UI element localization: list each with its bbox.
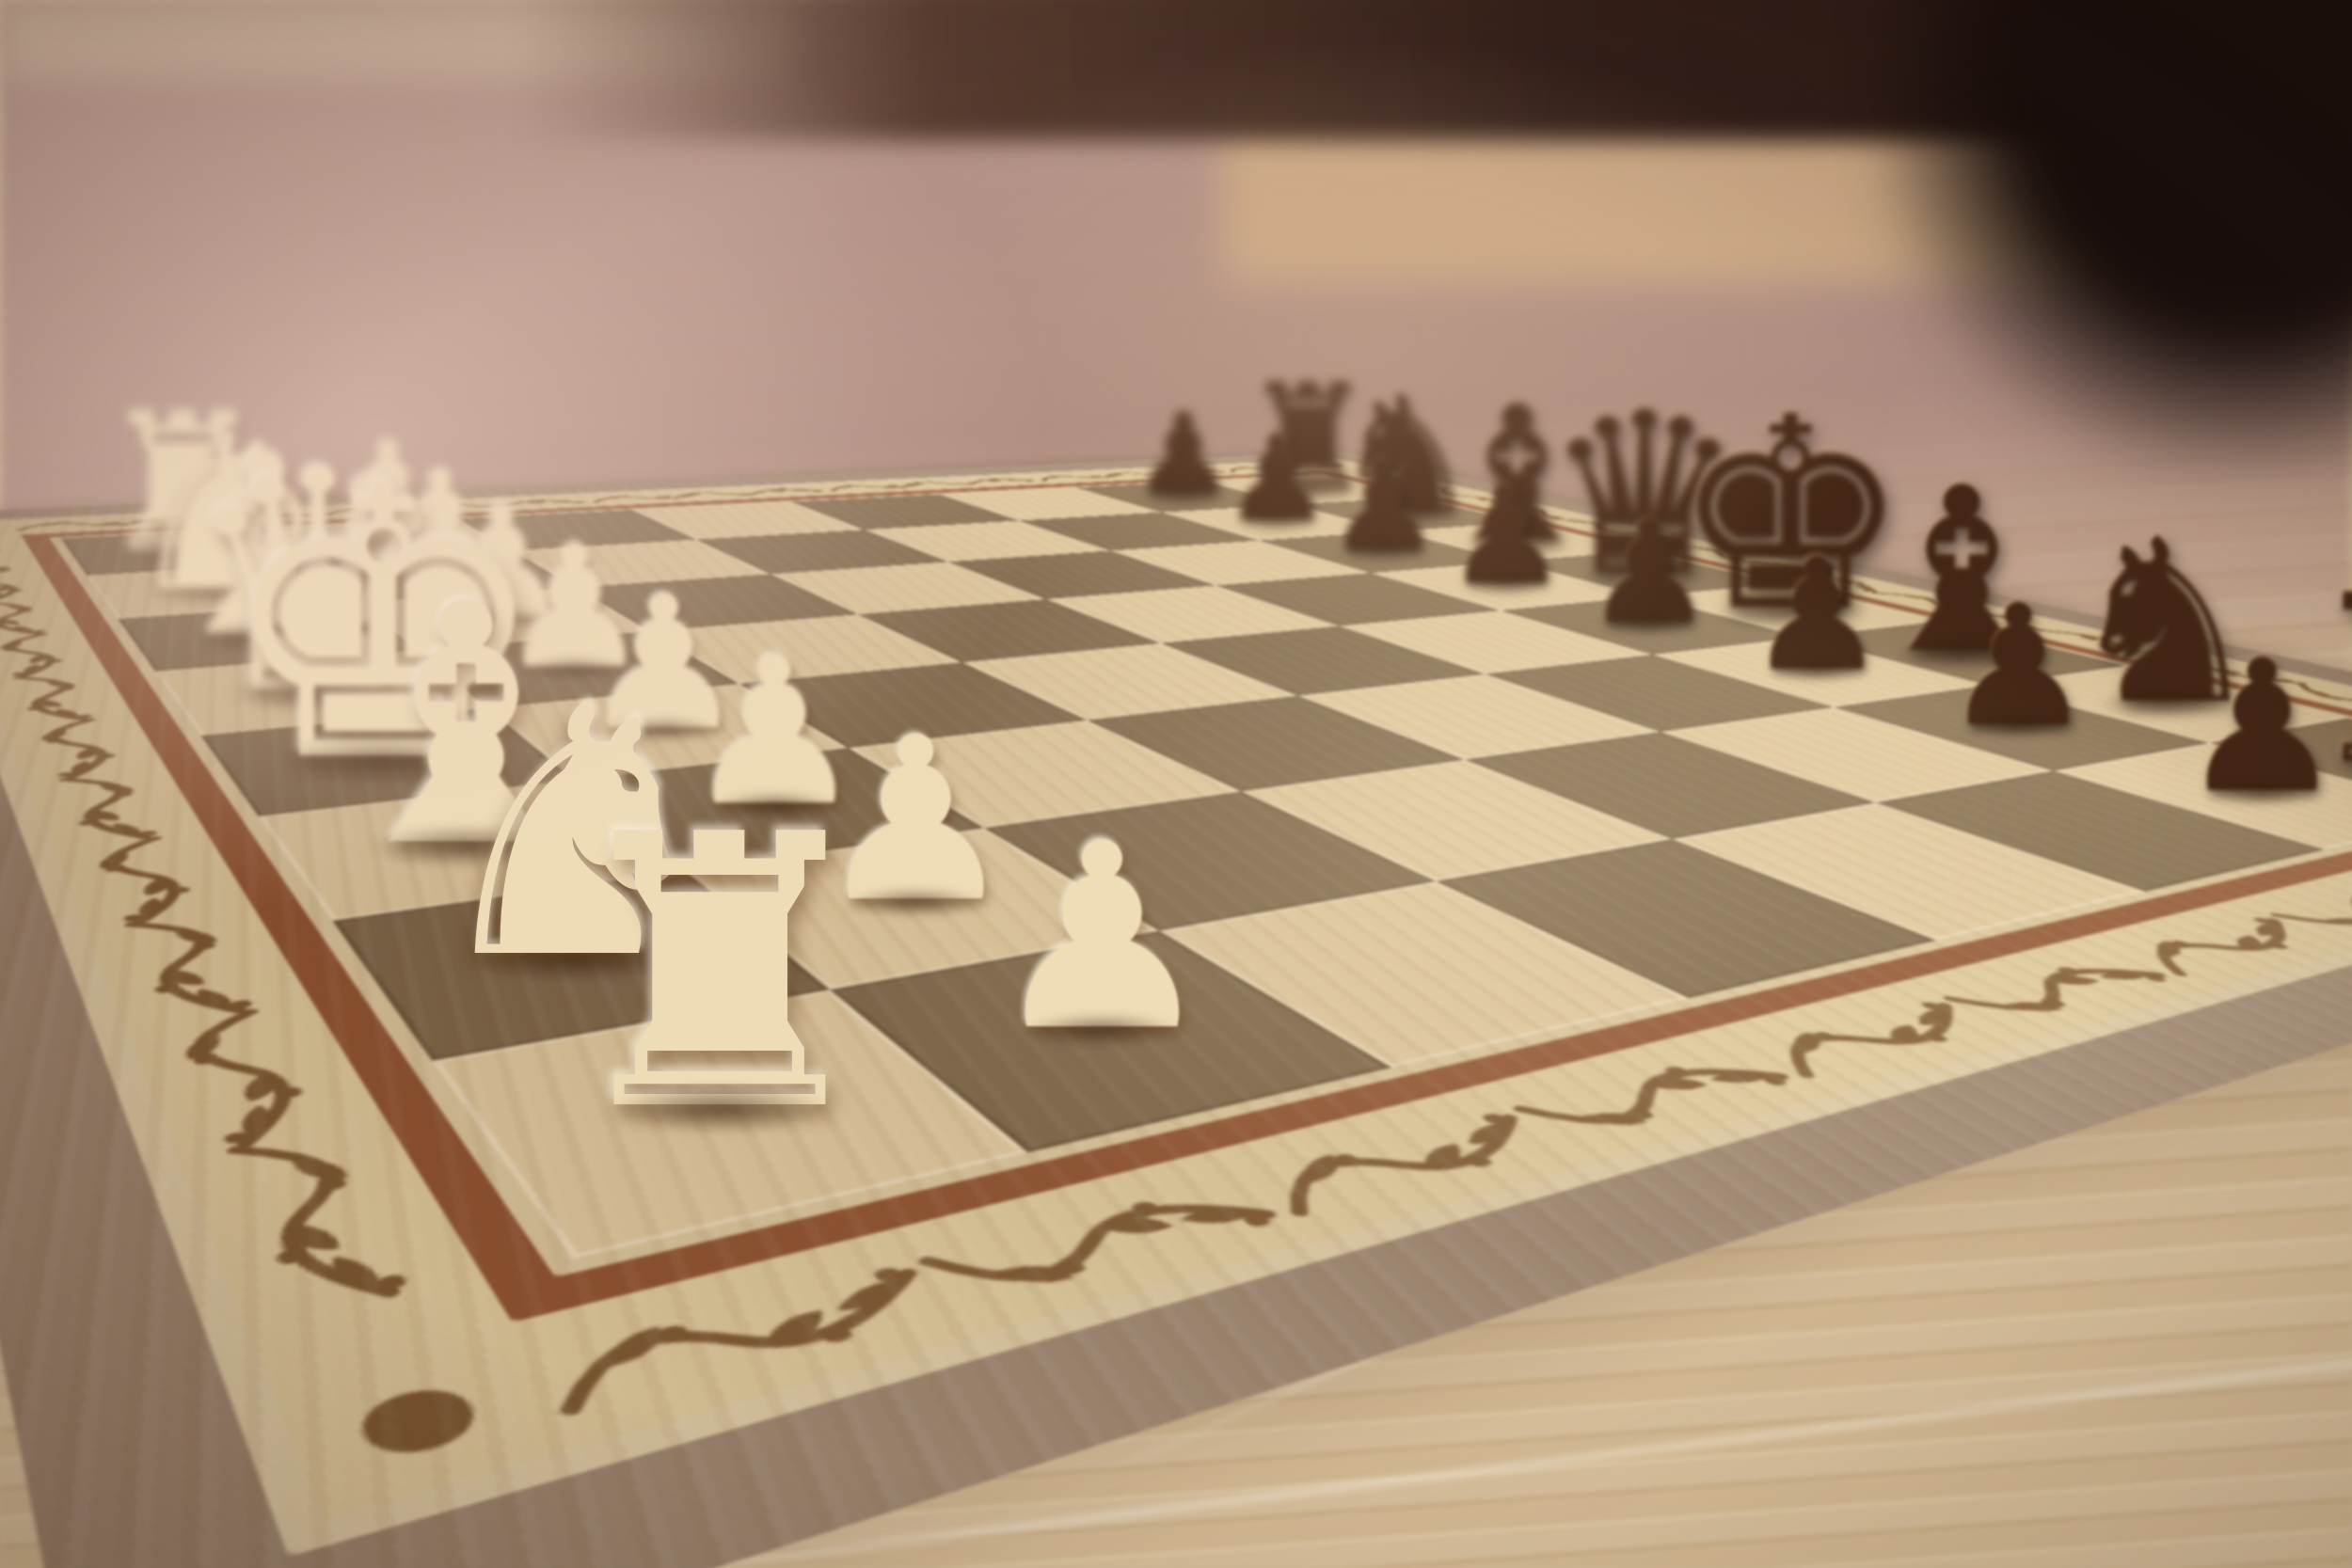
piece-black-pawn-b7: ♟ <box>1223 420 1330 540</box>
chess-pieces-layer: ♜♞♝♛♚♝♞♜♟♟♟♟♟♟♟♟♜♞♝♛♚♝♞♜♟♟♟♟♟♟♟♟ <box>0 0 2352 1568</box>
piece-black-pawn-c7: ♟ <box>1327 443 1440 570</box>
piece-contact-shadow <box>1023 1012 1182 1048</box>
piece-contact-shadow <box>1604 615 1693 636</box>
photo-scene: Standard chess starting position on a de… <box>0 0 2352 1568</box>
piece-black-pawn-g7: ♟ <box>1943 582 2093 751</box>
piece-contact-shadow <box>1465 577 1549 595</box>
piece-white-pawn-h2: ♟ <box>987 809 1217 1066</box>
piece-contact-shadow <box>1148 489 1218 505</box>
piece-black-pawn-f7: ♟ <box>1748 538 1887 693</box>
piece-contact-shadow <box>2205 781 2319 806</box>
piece-white-rook-h1: ♜ <box>551 786 888 1162</box>
piece-contact-shadow <box>1344 544 1423 562</box>
piece-contact-shadow <box>1966 715 2071 738</box>
piece-black-pawn-h7: ♟ <box>2180 636 2344 819</box>
piece-contact-shadow <box>1240 515 1314 531</box>
piece-black-pawn-a7: ♟ <box>1132 399 1233 513</box>
piece-black-pawn-e7: ♟ <box>1584 500 1714 645</box>
piece-contact-shadow <box>1769 660 1865 682</box>
piece-black-pawn-d7: ♟ <box>1446 469 1567 605</box>
piece-contact-shadow <box>603 1083 836 1135</box>
